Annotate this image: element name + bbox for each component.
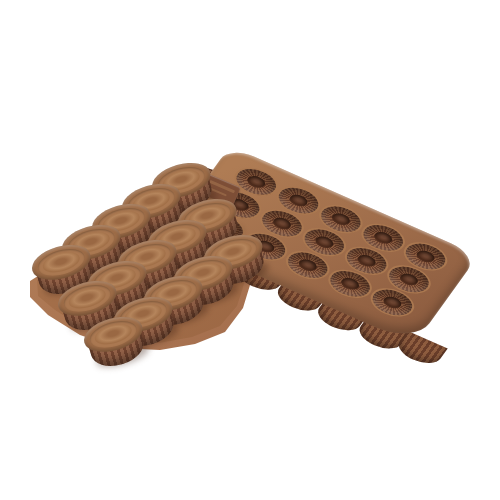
cavity-interior — [397, 271, 420, 287]
cavity-interior — [313, 234, 336, 250]
cavity-interior — [245, 174, 268, 190]
product-photo-stage — [0, 0, 500, 500]
cavity-interior — [287, 192, 310, 208]
cavity-interior — [339, 276, 362, 292]
cavity-interior — [296, 257, 319, 273]
cavity-interior — [381, 294, 404, 310]
cavity-interior — [270, 215, 293, 231]
cavity-interior — [355, 253, 378, 269]
cavity-interior — [329, 211, 352, 227]
cavity-interior — [414, 248, 437, 264]
cavity-interior — [372, 230, 395, 246]
